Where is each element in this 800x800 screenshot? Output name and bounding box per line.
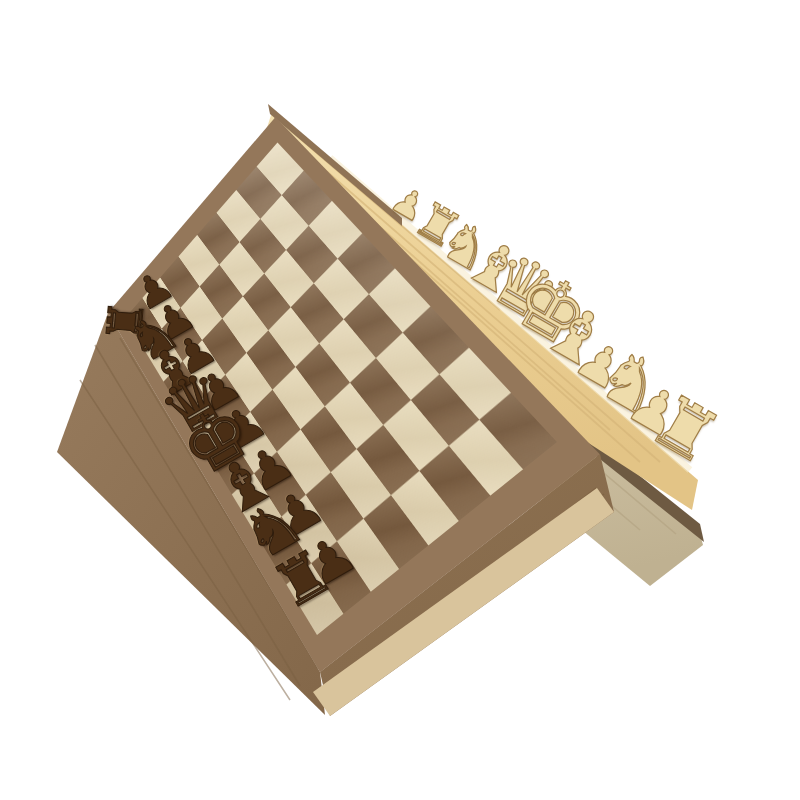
chess-set-product-photo: ♟♜♟♞♟♝♟♛♟♚♟♝♟♞♟♜ ♟♜♞♝♛♚♝♟♞♟♜ — [0, 0, 800, 800]
